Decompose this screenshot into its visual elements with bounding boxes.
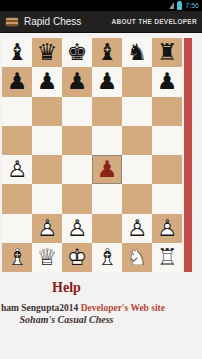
app-subtitle: Soham's Casual Chess <box>0 314 133 325</box>
square-c6[interactable] <box>62 97 92 126</box>
black-p-piece: ♟ <box>32 67 62 96</box>
white-p-piece-outline: ♙ <box>32 214 62 243</box>
square-f7[interactable]: ♟ <box>152 67 182 96</box>
status-clock: 7:56 <box>185 0 199 11</box>
signal-icon <box>169 2 174 9</box>
square-e1[interactable]: ♞♘ <box>122 243 152 272</box>
square-b8[interactable]: ♛ <box>32 38 62 67</box>
square-f8[interactable]: ♜ <box>152 38 182 67</box>
black-n-piece: ♞ <box>122 38 152 67</box>
square-d5[interactable] <box>92 126 122 155</box>
developer-website-link[interactable]: Developer's Web site <box>81 303 165 313</box>
square-f5[interactable] <box>152 126 182 155</box>
white-p-piece-outline: ♙ <box>122 214 152 243</box>
app-title: Rapid Chess <box>24 16 81 27</box>
black-k-piece: ♚ <box>62 38 92 67</box>
black-b-piece: ♝ <box>2 38 32 67</box>
square-e3[interactable] <box>122 184 152 213</box>
square-d7[interactable]: ♟ <box>92 67 122 96</box>
white-n-piece-outline: ♘ <box>122 243 152 272</box>
square-a2[interactable] <box>2 214 32 243</box>
white-q-piece-outline: ♕ <box>32 243 62 272</box>
square-c4[interactable] <box>62 155 92 184</box>
black-b-piece: ♝ <box>92 38 122 67</box>
square-d4[interactable]: ♟ <box>92 155 122 184</box>
square-c1[interactable]: ♚♔ <box>62 243 92 272</box>
white-p-piece-outline: ♙ <box>62 214 92 243</box>
square-c7[interactable]: ♟ <box>62 67 92 96</box>
square-f4[interactable] <box>152 155 182 184</box>
square-a3[interactable] <box>2 184 32 213</box>
square-b7[interactable]: ♟ <box>32 67 62 96</box>
square-c3[interactable] <box>62 184 92 213</box>
square-b5[interactable] <box>32 126 62 155</box>
square-b1[interactable]: ♛♕ <box>32 243 62 272</box>
square-b3[interactable] <box>32 184 62 213</box>
square-f2[interactable]: ♟♙ <box>152 214 182 243</box>
square-e6[interactable] <box>122 97 152 126</box>
white-k-piece-outline: ♔ <box>62 243 92 272</box>
white-p-piece-outline: ♙ <box>152 214 182 243</box>
board-edge-strip <box>184 38 192 272</box>
square-f1[interactable]: ♜♖ <box>152 243 182 272</box>
black-p-piece: ♟ <box>152 67 182 96</box>
black-p-piece: ♟ <box>62 67 92 96</box>
square-e7[interactable] <box>122 67 152 96</box>
black-q-piece: ♛ <box>32 38 62 67</box>
chess-board[interactable]: ♝♛♚♝♞♜♟♟♟♟♟♟♙♟♟♙♟♙♟♙♟♙♝♗♛♕♚♔♝♗♞♘♜♖ <box>2 38 182 272</box>
phone-screen: 7:56 Rapid Chess ABOUT THE DEVELOPER ♝♛♚… <box>0 0 202 359</box>
square-d1[interactable]: ♝♗ <box>92 243 122 272</box>
battery-icon <box>177 2 182 10</box>
square-d6[interactable] <box>92 97 122 126</box>
app-bar: Rapid Chess ABOUT THE DEVELOPER <box>0 11 202 33</box>
black-p-piece: ♟ <box>2 67 32 96</box>
square-c8[interactable]: ♚ <box>62 38 92 67</box>
black-p-piece: ♟ <box>92 67 122 96</box>
square-a8[interactable]: ♝ <box>2 38 32 67</box>
square-d8[interactable]: ♝ <box>92 38 122 67</box>
app-icon <box>5 17 19 27</box>
help-link[interactable]: Help <box>0 280 133 296</box>
white-r-piece-outline: ♖ <box>152 243 182 272</box>
square-f6[interactable] <box>152 97 182 126</box>
white-b-piece-outline: ♗ <box>92 243 122 272</box>
square-d3[interactable] <box>92 184 122 213</box>
black-r-piece: ♜ <box>152 38 182 67</box>
square-a7[interactable]: ♟ <box>2 67 32 96</box>
square-a1[interactable]: ♝♗ <box>2 243 32 272</box>
status-bar: 7:56 <box>0 0 202 11</box>
square-e4[interactable] <box>122 155 152 184</box>
square-b2[interactable]: ♟♙ <box>32 214 62 243</box>
square-a6[interactable] <box>2 97 32 126</box>
square-b6[interactable] <box>32 97 62 126</box>
square-d2[interactable] <box>92 214 122 243</box>
about-developer-button[interactable]: ABOUT THE DEVELOPER <box>111 18 197 25</box>
square-a4[interactable]: ♟♙ <box>2 155 32 184</box>
credit-line: ham Sengupta2014 Developer's Web site <box>1 303 202 313</box>
white-b-piece-outline: ♗ <box>2 243 32 272</box>
square-a5[interactable] <box>2 126 32 155</box>
square-f3[interactable] <box>152 184 182 213</box>
square-e5[interactable] <box>122 126 152 155</box>
square-b4[interactable] <box>32 155 62 184</box>
square-c2[interactable]: ♟♙ <box>62 214 92 243</box>
white-p-piece-outline: ♙ <box>2 155 32 184</box>
square-e8[interactable]: ♞ <box>122 38 152 67</box>
square-e2[interactable]: ♟♙ <box>122 214 152 243</box>
author-text: ham Sengupta2014 <box>1 303 81 313</box>
red-p-piece: ♟ <box>92 155 122 184</box>
square-c5[interactable] <box>62 126 92 155</box>
